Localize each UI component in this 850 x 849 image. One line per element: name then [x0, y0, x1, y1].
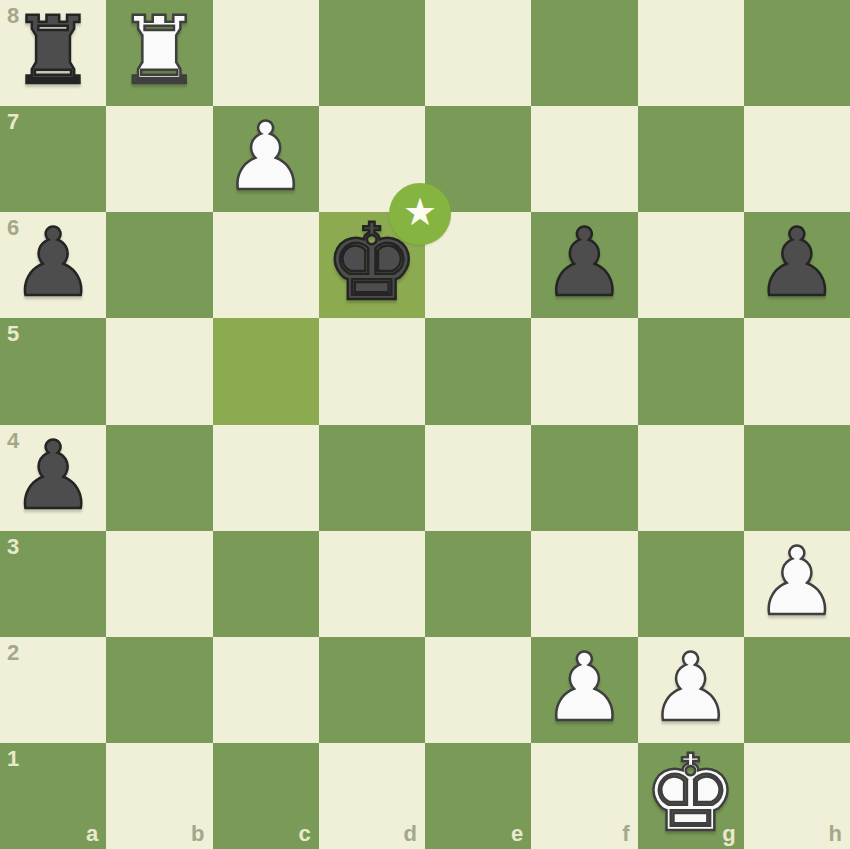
star-icon: ★ [403, 193, 437, 231]
square-a3[interactable]: 3 [0, 531, 106, 637]
square-h5[interactable] [744, 318, 850, 424]
square-h1[interactable]: h [744, 743, 850, 849]
square-e1[interactable]: e [425, 743, 531, 849]
black-pawn[interactable]: ♟ [542, 216, 626, 310]
white-pawn[interactable]: ♟ [542, 641, 626, 735]
square-d2[interactable] [319, 637, 425, 743]
rank-label-5: 5 [7, 323, 19, 345]
square-b2[interactable] [106, 637, 212, 743]
square-c2[interactable] [213, 637, 319, 743]
chess-board-wrapper: 8♜♜7♟6♟♚♟♟54♟3♟2♟♟1abcdefg♚h ★ [0, 0, 850, 849]
square-h2[interactable] [744, 637, 850, 743]
square-b8[interactable]: ♜ [106, 0, 212, 106]
best-move-star-badge: ★ [389, 183, 451, 245]
square-h3[interactable]: ♟ [744, 531, 850, 637]
file-label-c: c [299, 823, 311, 845]
square-d1[interactable]: d [319, 743, 425, 849]
square-b6[interactable] [106, 212, 212, 318]
white-rook[interactable]: ♜ [117, 4, 201, 98]
square-f4[interactable] [531, 425, 637, 531]
rank-label-1: 1 [7, 748, 19, 770]
square-f6[interactable]: ♟ [531, 212, 637, 318]
square-g4[interactable] [638, 425, 744, 531]
square-c1[interactable]: c [213, 743, 319, 849]
black-pawn[interactable]: ♟ [11, 429, 95, 523]
square-a5[interactable]: 5 [0, 318, 106, 424]
white-pawn[interactable]: ♟ [755, 535, 839, 629]
square-e2[interactable] [425, 637, 531, 743]
rank-label-7: 7 [7, 111, 19, 133]
rank-label-3: 3 [7, 536, 19, 558]
black-pawn[interactable]: ♟ [755, 216, 839, 310]
chess-board: 8♜♜7♟6♟♚♟♟54♟3♟2♟♟1abcdefg♚h [0, 0, 850, 849]
square-e8[interactable] [425, 0, 531, 106]
square-e5[interactable] [425, 318, 531, 424]
square-c8[interactable] [213, 0, 319, 106]
square-d3[interactable] [319, 531, 425, 637]
file-label-f: f [622, 823, 629, 845]
black-pawn[interactable]: ♟ [11, 216, 95, 310]
square-f3[interactable] [531, 531, 637, 637]
square-g8[interactable] [638, 0, 744, 106]
square-d5[interactable] [319, 318, 425, 424]
square-g1[interactable]: g♚ [638, 743, 744, 849]
square-g6[interactable] [638, 212, 744, 318]
file-label-h: h [829, 823, 842, 845]
square-c4[interactable] [213, 425, 319, 531]
square-f7[interactable] [531, 106, 637, 212]
square-f5[interactable] [531, 318, 637, 424]
square-h7[interactable] [744, 106, 850, 212]
square-g2[interactable]: ♟ [638, 637, 744, 743]
square-c6[interactable] [213, 212, 319, 318]
file-label-b: b [191, 823, 204, 845]
square-b5[interactable] [106, 318, 212, 424]
white-king[interactable]: ♚ [643, 741, 738, 847]
square-b1[interactable]: b [106, 743, 212, 849]
square-d4[interactable] [319, 425, 425, 531]
square-a7[interactable]: 7 [0, 106, 106, 212]
square-h8[interactable] [744, 0, 850, 106]
file-label-d: d [404, 823, 417, 845]
square-f2[interactable]: ♟ [531, 637, 637, 743]
black-rook[interactable]: ♜ [11, 4, 95, 98]
rank-label-2: 2 [7, 642, 19, 664]
white-pawn[interactable]: ♟ [223, 110, 307, 204]
square-h4[interactable] [744, 425, 850, 531]
square-g5[interactable] [638, 318, 744, 424]
square-d8[interactable] [319, 0, 425, 106]
square-b7[interactable] [106, 106, 212, 212]
square-a6[interactable]: 6♟ [0, 212, 106, 318]
square-e3[interactable] [425, 531, 531, 637]
square-f1[interactable]: f [531, 743, 637, 849]
square-a8[interactable]: 8♜ [0, 0, 106, 106]
square-c5[interactable] [213, 318, 319, 424]
square-a4[interactable]: 4♟ [0, 425, 106, 531]
square-e4[interactable] [425, 425, 531, 531]
file-label-a: a [86, 823, 98, 845]
square-h6[interactable]: ♟ [744, 212, 850, 318]
file-label-e: e [511, 823, 523, 845]
square-c3[interactable] [213, 531, 319, 637]
square-c7[interactable]: ♟ [213, 106, 319, 212]
square-b3[interactable] [106, 531, 212, 637]
square-a1[interactable]: 1a [0, 743, 106, 849]
square-g7[interactable] [638, 106, 744, 212]
square-a2[interactable]: 2 [0, 637, 106, 743]
square-b4[interactable] [106, 425, 212, 531]
white-pawn[interactable]: ♟ [648, 641, 732, 735]
square-f8[interactable] [531, 0, 637, 106]
square-g3[interactable] [638, 531, 744, 637]
